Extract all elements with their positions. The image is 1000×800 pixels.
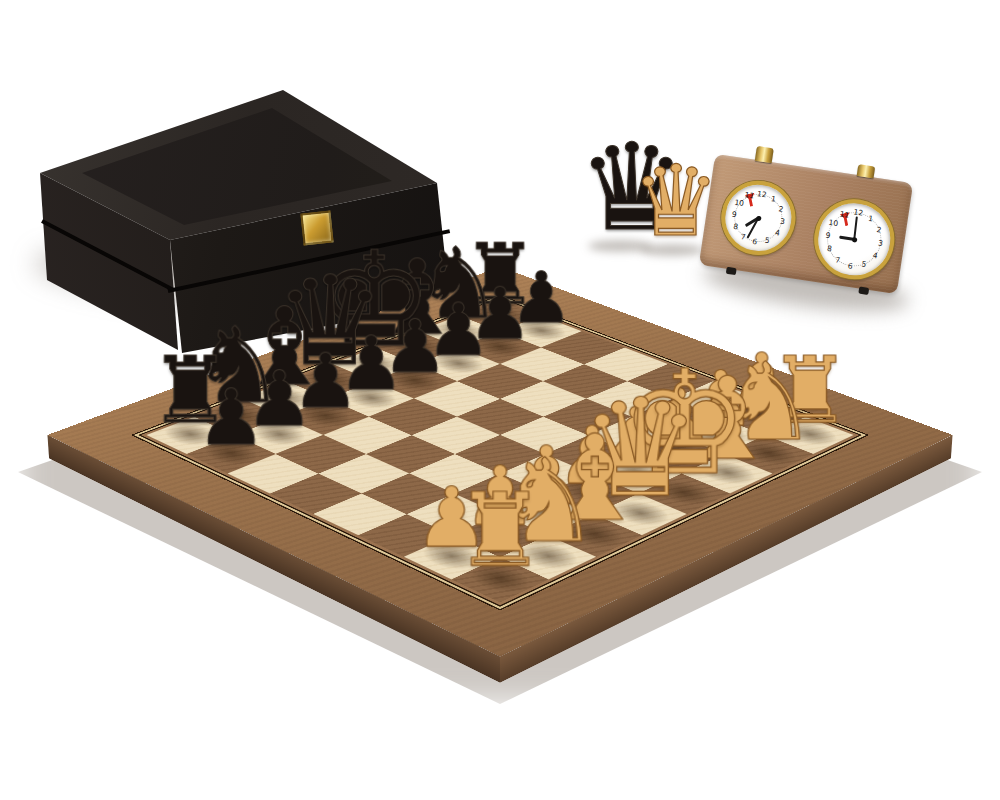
clock-numeral: 8 bbox=[733, 222, 739, 232]
board-frame: ♜♟♟♜♞♟♟♞♝♟♟♝♚♟♟♚♛♟♟♛♝♟♟♝♞♟♟♞♜♟♟♜ bbox=[47, 267, 952, 657]
clock-numeral: 9 bbox=[825, 231, 831, 241]
chess-clock: 121234567891011 121234567891011 bbox=[699, 154, 913, 294]
piece-black-pawn[interactable]: ♟ bbox=[160, 379, 302, 456]
square-a1[interactable]: ♜ bbox=[451, 557, 549, 602]
chessboard: ♜♟♟♜♞♟♟♞♝♟♟♝♚♟♟♚♛♟♟♛♝♟♟♝♞♟♟♞♜♟♟♜ bbox=[47, 267, 952, 657]
clock-numeral: 7 bbox=[740, 232, 746, 242]
clock-numeral: 4 bbox=[774, 228, 780, 238]
piece-white-rook[interactable]: ♜ bbox=[423, 480, 577, 582]
clock-numeral: 10 bbox=[828, 218, 839, 228]
clock-button-right[interactable] bbox=[857, 164, 876, 178]
clock-numeral: 6 bbox=[847, 261, 853, 271]
square-a7[interactable]: ♟ bbox=[186, 435, 276, 473]
clock-dial-left: 121234567891011 bbox=[716, 176, 800, 260]
product-photo-scene: 121234567891011 121234567891011 ♛ ♛ ♜♟♟♜… bbox=[0, 0, 1000, 800]
clock-numeral: 3 bbox=[878, 238, 884, 248]
clock-numeral: 5 bbox=[764, 236, 770, 246]
dial-center-cap bbox=[756, 215, 762, 221]
clock-numeral: 2 bbox=[876, 225, 882, 235]
clock-numeral: 6 bbox=[752, 237, 758, 247]
clock-flag-icon bbox=[840, 212, 852, 227]
spare-queen-white[interactable]: ♛ bbox=[632, 152, 720, 250]
clock-numeral: 11 bbox=[744, 190, 755, 200]
clock-numeral: 7 bbox=[835, 255, 841, 265]
clock-numeral: 1 bbox=[771, 194, 777, 204]
clock-numeral: 1 bbox=[868, 214, 874, 224]
clock-foot bbox=[726, 267, 737, 275]
minute-hand bbox=[853, 216, 858, 239]
dial-center-cap bbox=[851, 236, 857, 242]
clock-button-left[interactable] bbox=[755, 146, 774, 163]
clock-foot bbox=[858, 287, 869, 295]
clock-numeral: 12 bbox=[853, 208, 864, 218]
clock-numeral: 2 bbox=[778, 204, 784, 214]
clock-dial-right: 121234567891011 bbox=[809, 194, 900, 285]
clock-numeral: 12 bbox=[757, 189, 768, 199]
hour-hand bbox=[745, 217, 759, 227]
clock-numeral: 4 bbox=[872, 251, 878, 261]
clock-numeral: 3 bbox=[779, 217, 785, 227]
hour-hand bbox=[839, 236, 854, 241]
clock-numeral: 10 bbox=[734, 198, 745, 208]
clock-numeral: 11 bbox=[839, 209, 850, 219]
clock-numeral: 9 bbox=[731, 209, 737, 219]
minute-hand bbox=[747, 217, 760, 238]
clock-numeral: 5 bbox=[861, 259, 867, 269]
clock-numeral: 8 bbox=[826, 244, 832, 254]
